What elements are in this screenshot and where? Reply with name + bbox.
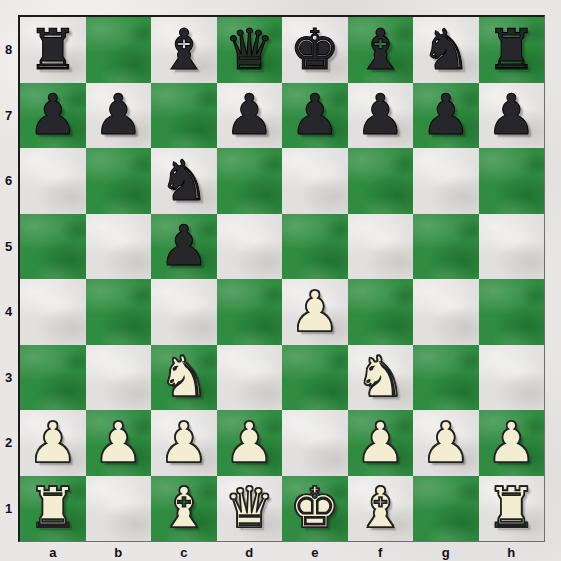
rank-label-3: 3 <box>0 345 17 411</box>
square-c6[interactable]: ♞ <box>151 148 217 214</box>
square-e4[interactable]: ♟ <box>282 279 348 345</box>
square-a7[interactable]: ♟ <box>20 83 86 149</box>
square-f1[interactable]: ♝ <box>348 476 414 542</box>
white-king-e1[interactable]: ♚ <box>290 480 340 536</box>
rank-label-8: 8 <box>0 17 17 83</box>
white-bishop-f1[interactable]: ♝ <box>355 480 405 536</box>
file-label-g: g <box>413 544 479 561</box>
square-a6[interactable] <box>20 148 86 214</box>
black-pawn-f7[interactable]: ♟ <box>355 87 405 143</box>
square-e3[interactable] <box>282 345 348 411</box>
square-d1[interactable]: ♛ <box>217 476 283 542</box>
square-a8[interactable]: ♜ <box>20 17 86 83</box>
white-pawn-h2[interactable]: ♟ <box>486 415 536 471</box>
black-knight-c6[interactable]: ♞ <box>159 153 209 209</box>
square-g7[interactable]: ♟ <box>413 83 479 149</box>
square-d6[interactable] <box>217 148 283 214</box>
black-bishop-c8[interactable]: ♝ <box>159 22 209 78</box>
white-pawn-b2[interactable]: ♟ <box>93 415 143 471</box>
square-g8[interactable]: ♞ <box>413 17 479 83</box>
rank-label-5: 5 <box>0 214 17 280</box>
rank-label-7: 7 <box>0 83 17 149</box>
white-rook-a1[interactable]: ♜ <box>28 480 78 536</box>
black-knight-g8[interactable]: ♞ <box>421 22 471 78</box>
black-pawn-b7[interactable]: ♟ <box>93 87 143 143</box>
square-b4[interactable] <box>86 279 152 345</box>
white-pawn-g2[interactable]: ♟ <box>421 415 471 471</box>
rank-label-1: 1 <box>0 476 17 542</box>
square-b3[interactable] <box>86 345 152 411</box>
black-rook-a8[interactable]: ♜ <box>28 22 78 78</box>
square-f6[interactable] <box>348 148 414 214</box>
white-pawn-c2[interactable]: ♟ <box>159 415 209 471</box>
square-a2[interactable]: ♟ <box>20 410 86 476</box>
black-pawn-c5[interactable]: ♟ <box>159 218 209 274</box>
white-queen-d1[interactable]: ♛ <box>224 480 274 536</box>
square-h7[interactable]: ♟ <box>479 83 545 149</box>
square-h6[interactable] <box>479 148 545 214</box>
square-h3[interactable] <box>479 345 545 411</box>
square-d3[interactable] <box>217 345 283 411</box>
square-c3[interactable]: ♞ <box>151 345 217 411</box>
file-label-h: h <box>479 544 545 561</box>
square-f4[interactable] <box>348 279 414 345</box>
square-d4[interactable] <box>217 279 283 345</box>
square-g3[interactable] <box>413 345 479 411</box>
white-bishop-c1[interactable]: ♝ <box>159 480 209 536</box>
square-f3[interactable]: ♞ <box>348 345 414 411</box>
square-d5[interactable] <box>217 214 283 280</box>
square-a5[interactable] <box>20 214 86 280</box>
square-a3[interactable] <box>20 345 86 411</box>
square-h4[interactable] <box>479 279 545 345</box>
square-f5[interactable] <box>348 214 414 280</box>
square-e1[interactable]: ♚ <box>282 476 348 542</box>
white-pawn-e4[interactable]: ♟ <box>290 284 340 340</box>
square-f2[interactable]: ♟ <box>348 410 414 476</box>
file-label-d: d <box>217 544 283 561</box>
board-frame: ♜♝♛♚♝♞♜♟♟♟♟♟♟♟♞♟♟♞♞♟♟♟♟♟♟♟♜♝♛♚♝♜ <box>18 15 545 542</box>
black-pawn-h7[interactable]: ♟ <box>486 87 536 143</box>
black-rook-h8[interactable]: ♜ <box>486 22 536 78</box>
file-label-f: f <box>348 544 414 561</box>
square-g5[interactable] <box>413 214 479 280</box>
black-king-e8[interactable]: ♚ <box>290 22 340 78</box>
square-e5[interactable] <box>282 214 348 280</box>
file-label-e: e <box>282 544 348 561</box>
square-c5[interactable]: ♟ <box>151 214 217 280</box>
square-h2[interactable]: ♟ <box>479 410 545 476</box>
square-b6[interactable] <box>86 148 152 214</box>
white-knight-f3[interactable]: ♞ <box>355 349 405 405</box>
white-knight-c3[interactable]: ♞ <box>159 349 209 405</box>
square-c7[interactable] <box>151 83 217 149</box>
black-pawn-d7[interactable]: ♟ <box>224 87 274 143</box>
square-b7[interactable]: ♟ <box>86 83 152 149</box>
square-e7[interactable]: ♟ <box>282 83 348 149</box>
file-label-c: c <box>151 544 217 561</box>
white-pawn-f2[interactable]: ♟ <box>355 415 405 471</box>
square-h8[interactable]: ♜ <box>479 17 545 83</box>
square-c4[interactable] <box>151 279 217 345</box>
square-b2[interactable]: ♟ <box>86 410 152 476</box>
black-pawn-g7[interactable]: ♟ <box>421 87 471 143</box>
square-b1[interactable] <box>86 476 152 542</box>
square-f8[interactable]: ♝ <box>348 17 414 83</box>
square-c2[interactable]: ♟ <box>151 410 217 476</box>
square-d7[interactable]: ♟ <box>217 83 283 149</box>
black-pawn-a7[interactable]: ♟ <box>28 87 78 143</box>
square-d8[interactable]: ♛ <box>217 17 283 83</box>
black-bishop-f8[interactable]: ♝ <box>355 22 405 78</box>
file-label-a: a <box>20 544 86 561</box>
chess-board: ♜♝♛♚♝♞♜♟♟♟♟♟♟♟♞♟♟♞♞♟♟♟♟♟♟♟♜♝♛♚♝♜ <box>20 17 544 541</box>
white-pawn-a2[interactable]: ♟ <box>28 415 78 471</box>
square-a1[interactable]: ♜ <box>20 476 86 542</box>
square-d2[interactable]: ♟ <box>217 410 283 476</box>
square-e6[interactable] <box>282 148 348 214</box>
black-pawn-e7[interactable]: ♟ <box>290 87 340 143</box>
white-rook-h1[interactable]: ♜ <box>486 480 536 536</box>
rank-label-2: 2 <box>0 410 17 476</box>
square-b5[interactable] <box>86 214 152 280</box>
square-g6[interactable] <box>413 148 479 214</box>
file-label-b: b <box>86 544 152 561</box>
square-h5[interactable] <box>479 214 545 280</box>
square-g1[interactable] <box>413 476 479 542</box>
rank-label-6: 6 <box>0 148 17 214</box>
square-e8[interactable]: ♚ <box>282 17 348 83</box>
square-h1[interactable]: ♜ <box>479 476 545 542</box>
square-a4[interactable] <box>20 279 86 345</box>
square-b8[interactable] <box>86 17 152 83</box>
white-pawn-d2[interactable]: ♟ <box>224 415 274 471</box>
square-f7[interactable]: ♟ <box>348 83 414 149</box>
square-c1[interactable]: ♝ <box>151 476 217 542</box>
square-g4[interactable] <box>413 279 479 345</box>
square-g2[interactable]: ♟ <box>413 410 479 476</box>
rank-label-4: 4 <box>0 279 17 345</box>
chess-board-diagram: ♜♝♛♚♝♞♜♟♟♟♟♟♟♟♞♟♟♞♞♟♟♟♟♟♟♟♜♝♛♚♝♜ 8765432… <box>0 0 561 561</box>
square-e2[interactable] <box>282 410 348 476</box>
black-queen-d8[interactable]: ♛ <box>224 22 274 78</box>
square-c8[interactable]: ♝ <box>151 17 217 83</box>
